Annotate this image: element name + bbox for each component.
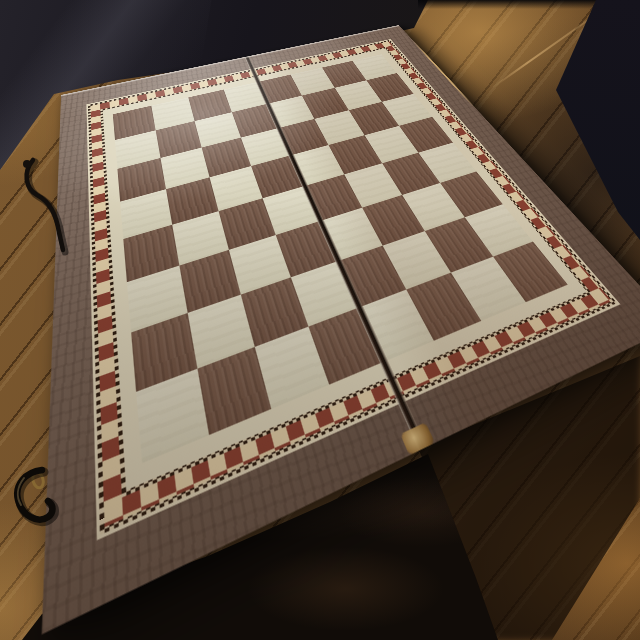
clasp-hooks: [0, 0, 90, 640]
clasp-hook-bottom: [17, 470, 54, 522]
clasp-hook-top: [23, 160, 65, 252]
photo-scene: [0, 0, 640, 640]
